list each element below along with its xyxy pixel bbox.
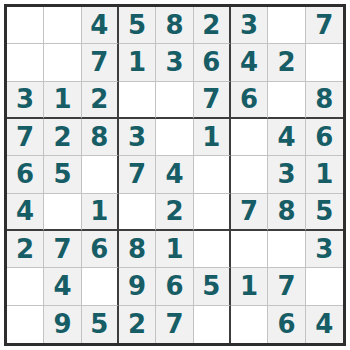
given-digit: 7 xyxy=(240,198,258,224)
cell-r2c8: 2 xyxy=(268,44,305,81)
given-digit: 3 xyxy=(165,49,183,75)
cell-r9c1[interactable] xyxy=(7,306,44,343)
given-digit: 4 xyxy=(165,161,183,187)
cell-r3c5[interactable] xyxy=(156,82,193,119)
cell-r8c9[interactable] xyxy=(306,268,343,305)
cell-r4c6: 1 xyxy=(194,119,231,156)
cell-r5c1: 6 xyxy=(7,156,44,193)
cell-r3c2: 1 xyxy=(44,82,81,119)
given-digit: 4 xyxy=(240,49,258,75)
cell-r3c8[interactable] xyxy=(268,82,305,119)
cell-r7c9: 3 xyxy=(306,231,343,268)
given-digit: 3 xyxy=(277,161,295,187)
cell-r6c4[interactable] xyxy=(119,194,156,231)
cell-r7c6[interactable] xyxy=(194,231,231,268)
given-digit: 2 xyxy=(277,49,295,75)
given-digit: 7 xyxy=(53,236,71,262)
given-digit: 6 xyxy=(315,124,333,150)
cell-r1c5: 8 xyxy=(156,7,193,44)
cell-r6c2[interactable] xyxy=(44,194,81,231)
cell-r5c2: 5 xyxy=(44,156,81,193)
cell-r9c3: 5 xyxy=(82,306,119,343)
given-digit: 6 xyxy=(277,311,295,337)
given-digit: 1 xyxy=(240,273,258,299)
cell-r5c9: 1 xyxy=(306,156,343,193)
cell-r6c6[interactable] xyxy=(194,194,231,231)
cell-r6c5: 2 xyxy=(156,194,193,231)
cell-r4c8: 4 xyxy=(268,119,305,156)
given-digit: 7 xyxy=(128,161,146,187)
cell-r4c2: 2 xyxy=(44,119,81,156)
given-digit: 2 xyxy=(165,198,183,224)
cell-r7c7[interactable] xyxy=(231,231,268,268)
cell-r3c1: 3 xyxy=(7,82,44,119)
cell-r8c7: 1 xyxy=(231,268,268,305)
cell-r8c5: 6 xyxy=(156,268,193,305)
cell-r6c7: 7 xyxy=(231,194,268,231)
given-digit: 3 xyxy=(16,86,34,112)
cell-r9c8: 6 xyxy=(268,306,305,343)
given-digit: 2 xyxy=(90,86,108,112)
given-digit: 2 xyxy=(128,311,146,337)
given-digit: 7 xyxy=(165,311,183,337)
cell-r3c6: 7 xyxy=(194,82,231,119)
cell-r7c2: 7 xyxy=(44,231,81,268)
given-digit: 2 xyxy=(53,124,71,150)
given-digit: 1 xyxy=(90,198,108,224)
cell-r3c7: 6 xyxy=(231,82,268,119)
cell-r4c5[interactable] xyxy=(156,119,193,156)
cell-r8c6: 5 xyxy=(194,268,231,305)
cell-r6c3: 1 xyxy=(82,194,119,231)
cell-r5c3[interactable] xyxy=(82,156,119,193)
cell-r4c3: 8 xyxy=(82,119,119,156)
given-digit: 6 xyxy=(16,161,34,187)
cell-r2c6: 6 xyxy=(194,44,231,81)
cell-r2c5: 3 xyxy=(156,44,193,81)
given-digit: 2 xyxy=(16,236,34,262)
cell-r9c5: 7 xyxy=(156,306,193,343)
cell-r3c9: 8 xyxy=(306,82,343,119)
given-digit: 4 xyxy=(315,311,333,337)
cell-r4c4: 3 xyxy=(119,119,156,156)
cell-r1c7: 3 xyxy=(231,7,268,44)
cell-r1c3: 4 xyxy=(82,7,119,44)
cell-r2c1[interactable] xyxy=(7,44,44,81)
cell-r9c7[interactable] xyxy=(231,306,268,343)
cell-r3c4[interactable] xyxy=(119,82,156,119)
cell-r2c4: 1 xyxy=(119,44,156,81)
cell-r8c2: 4 xyxy=(44,268,81,305)
cell-r5c5: 4 xyxy=(156,156,193,193)
given-digit: 5 xyxy=(202,273,220,299)
given-digit: 7 xyxy=(315,12,333,38)
cell-r1c9: 7 xyxy=(306,7,343,44)
given-digit: 1 xyxy=(165,236,183,262)
sudoku-board: 4582377136423127687283146657431412785276… xyxy=(4,4,346,346)
given-digit: 7 xyxy=(90,49,108,75)
cell-r8c1[interactable] xyxy=(7,268,44,305)
cell-r1c4: 5 xyxy=(119,7,156,44)
given-digit: 3 xyxy=(128,124,146,150)
cell-r2c7: 4 xyxy=(231,44,268,81)
cell-r6c9: 5 xyxy=(306,194,343,231)
cell-r2c3: 7 xyxy=(82,44,119,81)
cell-r4c9: 6 xyxy=(306,119,343,156)
given-digit: 8 xyxy=(315,86,333,112)
cell-r9c4: 2 xyxy=(119,306,156,343)
cell-r4c7[interactable] xyxy=(231,119,268,156)
given-digit: 9 xyxy=(53,311,71,337)
cell-r6c1: 4 xyxy=(7,194,44,231)
given-digit: 1 xyxy=(128,49,146,75)
cell-r8c4: 9 xyxy=(119,268,156,305)
given-digit: 4 xyxy=(16,198,34,224)
given-digit: 8 xyxy=(165,12,183,38)
cell-r1c1[interactable] xyxy=(7,7,44,44)
given-digit: 5 xyxy=(128,12,146,38)
given-digit: 2 xyxy=(202,12,220,38)
given-digit: 1 xyxy=(315,161,333,187)
cell-r9c6[interactable] xyxy=(194,306,231,343)
cell-r7c4: 8 xyxy=(119,231,156,268)
cell-r5c7[interactable] xyxy=(231,156,268,193)
given-digit: 7 xyxy=(202,86,220,112)
given-digit: 6 xyxy=(202,49,220,75)
cell-r7c5: 1 xyxy=(156,231,193,268)
given-digit: 6 xyxy=(240,86,258,112)
cell-r2c9[interactable] xyxy=(306,44,343,81)
cell-r5c8: 3 xyxy=(268,156,305,193)
cell-r1c6: 2 xyxy=(194,7,231,44)
given-digit: 8 xyxy=(277,198,295,224)
cell-r5c4: 7 xyxy=(119,156,156,193)
cell-r4c1: 7 xyxy=(7,119,44,156)
cell-r8c8: 7 xyxy=(268,268,305,305)
given-digit: 8 xyxy=(128,236,146,262)
cell-r3c3: 2 xyxy=(82,82,119,119)
given-digit: 3 xyxy=(315,236,333,262)
cell-r8c3[interactable] xyxy=(82,268,119,305)
given-digit: 4 xyxy=(90,12,108,38)
cell-r7c8[interactable] xyxy=(268,231,305,268)
cell-r9c9: 4 xyxy=(306,306,343,343)
given-digit: 5 xyxy=(53,161,71,187)
cell-r6c8: 8 xyxy=(268,194,305,231)
given-digit: 6 xyxy=(165,273,183,299)
cell-r1c8[interactable] xyxy=(268,7,305,44)
cell-r2c2[interactable] xyxy=(44,44,81,81)
given-digit: 1 xyxy=(202,124,220,150)
given-digit: 5 xyxy=(315,198,333,224)
cell-r7c3: 6 xyxy=(82,231,119,268)
given-digit: 6 xyxy=(90,236,108,262)
given-digit: 4 xyxy=(277,124,295,150)
given-digit: 9 xyxy=(128,273,146,299)
sudoku-page: 4582377136423127687283146657431412785276… xyxy=(0,0,350,350)
cell-r5c6[interactable] xyxy=(194,156,231,193)
given-digit: 3 xyxy=(240,12,258,38)
cell-r9c2: 9 xyxy=(44,306,81,343)
given-digit: 7 xyxy=(277,273,295,299)
given-digit: 7 xyxy=(16,124,34,150)
given-digit: 4 xyxy=(53,273,71,299)
given-digit: 5 xyxy=(90,311,108,337)
given-digit: 8 xyxy=(90,124,108,150)
cell-r7c1: 2 xyxy=(7,231,44,268)
cell-r1c2[interactable] xyxy=(44,7,81,44)
given-digit: 1 xyxy=(53,86,71,112)
